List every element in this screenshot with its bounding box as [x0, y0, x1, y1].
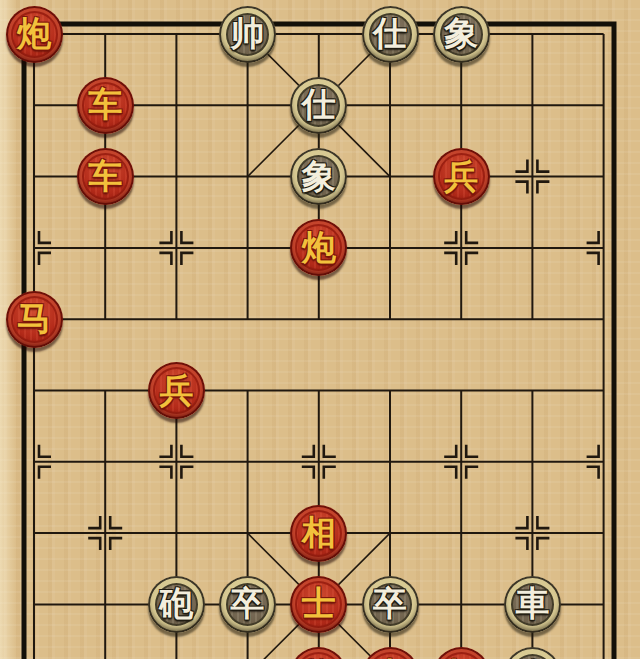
piece-khaki-general[interactable]: 帅	[219, 6, 276, 63]
piece-khaki-elephant[interactable]: 象	[290, 148, 347, 205]
piece-red-advisor[interactable]: 士	[290, 576, 347, 633]
piece-red-chariot[interactable]: 车	[77, 148, 134, 205]
piece-glyph: 砲	[159, 586, 193, 620]
piece-khaki-elephant[interactable]: 象	[433, 6, 490, 63]
piece-khaki-cannon[interactable]: 砲	[504, 647, 561, 659]
piece-red-soldier[interactable]: 兵	[433, 148, 490, 205]
piece-red-cannon[interactable]: 炮	[290, 219, 347, 276]
piece-glyph: 炮	[302, 230, 336, 264]
piece-glyph: 车	[88, 159, 122, 193]
piece-red-cannon[interactable]: 炮	[6, 6, 63, 63]
piece-layer: 炮帅仕象车仕车象兵炮马兵相砲卒士卒車将士相砲	[0, 0, 640, 659]
piece-khaki-soldier[interactable]: 卒	[219, 576, 276, 633]
piece-glyph: 士	[302, 586, 336, 620]
piece-khaki-cannon[interactable]: 砲	[148, 576, 205, 633]
piece-glyph: 相	[302, 515, 336, 549]
piece-glyph: 卒	[373, 586, 407, 620]
piece-glyph: 象	[302, 159, 336, 193]
piece-red-chariot[interactable]: 车	[77, 77, 134, 134]
piece-glyph: 帅	[231, 16, 265, 50]
piece-red-soldier[interactable]: 兵	[148, 362, 205, 419]
piece-red-elephant[interactable]: 相	[290, 505, 347, 562]
piece-glyph: 兵	[444, 159, 478, 193]
piece-glyph: 炮	[17, 16, 51, 50]
piece-glyph: 象	[444, 16, 478, 50]
piece-khaki-advisor[interactable]: 仕	[290, 77, 347, 134]
xiangqi-board[interactable]: 炮帅仕象车仕车象兵炮马兵相砲卒士卒車将士相砲	[0, 0, 640, 659]
piece-khaki-advisor[interactable]: 仕	[362, 6, 419, 63]
piece-red-elephant[interactable]: 相	[433, 647, 490, 659]
piece-red-horse[interactable]: 马	[6, 291, 63, 348]
piece-red-general[interactable]: 将	[290, 647, 347, 659]
piece-khaki-soldier[interactable]: 卒	[362, 576, 419, 633]
piece-glyph: 車	[515, 586, 549, 620]
piece-glyph: 兵	[159, 373, 193, 407]
piece-glyph: 仕	[302, 87, 336, 121]
piece-khaki-chariot[interactable]: 車	[504, 576, 561, 633]
piece-glyph: 卒	[231, 586, 265, 620]
piece-glyph: 仕	[373, 16, 407, 50]
piece-red-advisor[interactable]: 士	[362, 647, 419, 659]
piece-glyph: 马	[17, 301, 51, 335]
piece-glyph: 车	[88, 87, 122, 121]
